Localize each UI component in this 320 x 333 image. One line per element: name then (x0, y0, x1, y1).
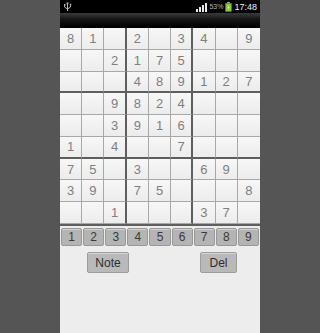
sudoku-cell-r9c7[interactable]: 3 (193, 202, 215, 224)
numpad-key-5[interactable]: 5 (149, 228, 170, 246)
numpad-key-7[interactable]: 7 (194, 228, 215, 246)
sudoku-cell-r2c4[interactable]: 1 (127, 50, 149, 72)
numpad: 123456789 (60, 226, 260, 248)
sudoku-cell-r4c8[interactable] (216, 93, 238, 115)
delete-button[interactable]: Del (200, 252, 237, 273)
sudoku-cell-r7c1[interactable]: 7 (60, 159, 82, 181)
sudoku-cell-r9c2[interactable] (82, 202, 104, 224)
sudoku-cell-r4c5[interactable]: 2 (149, 93, 171, 115)
sudoku-cell-r7c4[interactable]: 3 (127, 159, 149, 181)
sudoku-cell-r4c4[interactable]: 8 (127, 93, 149, 115)
sudoku-cell-r2c7[interactable] (193, 50, 215, 72)
sudoku-board: 8123492175489127982439161477536939758137 (60, 28, 260, 226)
sudoku-cell-r8c3[interactable] (104, 180, 126, 202)
sudoku-cell-r7c2[interactable]: 5 (82, 159, 104, 181)
numpad-key-8[interactable]: 8 (216, 228, 237, 246)
sudoku-cell-r1c3[interactable] (104, 28, 126, 50)
sudoku-cell-r3c3[interactable] (104, 72, 126, 94)
sudoku-cell-r9c4[interactable] (127, 202, 149, 224)
sudoku-cell-r2c1[interactable] (60, 50, 82, 72)
usb-icon (63, 0, 72, 16)
sudoku-cell-r8c5[interactable]: 5 (149, 180, 171, 202)
sudoku-cell-r4c2[interactable] (82, 93, 104, 115)
sudoku-cell-r9c1[interactable] (60, 202, 82, 224)
sudoku-cell-r4c3[interactable]: 9 (104, 93, 126, 115)
sudoku-cell-r2c9[interactable] (238, 50, 260, 72)
sudoku-cell-r2c8[interactable] (216, 50, 238, 72)
sudoku-cell-r3c4[interactable]: 4 (127, 72, 149, 94)
sudoku-cell-r5c6[interactable]: 6 (171, 115, 193, 137)
sudoku-cell-r6c7[interactable] (193, 137, 215, 159)
sudoku-cell-r1c6[interactable]: 3 (171, 28, 193, 50)
sudoku-cell-r4c1[interactable] (60, 93, 82, 115)
sudoku-cell-r6c8[interactable] (216, 137, 238, 159)
sudoku-cell-r6c6[interactable]: 7 (171, 137, 193, 159)
sudoku-cell-r9c8[interactable]: 7 (216, 202, 238, 224)
sudoku-cell-r7c3[interactable] (104, 159, 126, 181)
sudoku-cell-r3c8[interactable]: 2 (216, 72, 238, 94)
signal-strength-icon (196, 0, 207, 16)
sudoku-cell-r7c6[interactable] (171, 159, 193, 181)
sudoku-cell-r7c5[interactable] (149, 159, 171, 181)
battery-icon (225, 0, 232, 16)
sudoku-cell-r7c9[interactable] (238, 159, 260, 181)
sudoku-cell-r6c1[interactable]: 1 (60, 137, 82, 159)
status-bar: 53% 17:48 (60, 0, 260, 13)
sudoku-cell-r1c7[interactable]: 4 (193, 28, 215, 50)
sudoku-cell-r4c9[interactable] (238, 93, 260, 115)
sudoku-cell-r9c3[interactable]: 1 (104, 202, 126, 224)
sudoku-cell-r2c6[interactable]: 5 (171, 50, 193, 72)
sudoku-cell-r3c9[interactable]: 7 (238, 72, 260, 94)
sudoku-cell-r8c7[interactable] (193, 180, 215, 202)
sudoku-cell-r8c8[interactable] (216, 180, 238, 202)
sudoku-cell-r5c1[interactable] (60, 115, 82, 137)
sudoku-cell-r5c7[interactable] (193, 115, 215, 137)
battery-percent: 53% (209, 3, 223, 10)
sudoku-cell-r2c5[interactable]: 7 (149, 50, 171, 72)
sudoku-cell-r4c7[interactable] (193, 93, 215, 115)
sudoku-cell-r5c8[interactable] (216, 115, 238, 137)
sudoku-cell-r8c9[interactable]: 8 (238, 180, 260, 202)
sudoku-cell-r5c9[interactable] (238, 115, 260, 137)
sudoku-cell-r1c4[interactable]: 2 (127, 28, 149, 50)
sudoku-cell-r6c4[interactable] (127, 137, 149, 159)
sudoku-cell-r2c3[interactable]: 2 (104, 50, 126, 72)
phone-screen: 53% 17:48 812349217548912798243916147753… (60, 0, 260, 333)
sudoku-cell-r6c9[interactable] (238, 137, 260, 159)
numpad-key-6[interactable]: 6 (172, 228, 193, 246)
numpad-key-3[interactable]: 3 (105, 228, 126, 246)
sudoku-cell-r9c5[interactable] (149, 202, 171, 224)
sudoku-cell-r8c6[interactable] (171, 180, 193, 202)
numpad-key-4[interactable]: 4 (127, 228, 148, 246)
numpad-key-2[interactable]: 2 (83, 228, 104, 246)
sudoku-cell-r5c5[interactable]: 1 (149, 115, 171, 137)
sudoku-cell-r3c7[interactable]: 1 (193, 72, 215, 94)
sudoku-cell-r1c8[interactable] (216, 28, 238, 50)
clock-time: 17:48 (234, 2, 257, 12)
sudoku-cell-r6c2[interactable] (82, 137, 104, 159)
sudoku-cell-r1c2[interactable]: 1 (82, 28, 104, 50)
sudoku-cell-r1c9[interactable]: 9 (238, 28, 260, 50)
sudoku-cell-r3c6[interactable]: 9 (171, 72, 193, 94)
sudoku-cell-r9c6[interactable] (171, 202, 193, 224)
sudoku-cell-r9c9[interactable] (238, 202, 260, 224)
numpad-key-9[interactable]: 9 (238, 228, 259, 246)
sudoku-cell-r5c4[interactable]: 9 (127, 115, 149, 137)
numpad-key-1[interactable]: 1 (61, 228, 82, 246)
sudoku-cell-r3c1[interactable] (60, 72, 82, 94)
control-buttons-row: Note Del (60, 252, 260, 278)
sudoku-cell-r3c2[interactable] (82, 72, 104, 94)
sudoku-cell-r8c1[interactable]: 3 (60, 180, 82, 202)
note-button[interactable]: Note (87, 252, 129, 273)
sudoku-cell-r5c3[interactable]: 3 (104, 115, 126, 137)
sudoku-cell-r7c8[interactable]: 9 (216, 159, 238, 181)
sudoku-cell-r6c3[interactable]: 4 (104, 137, 126, 159)
sudoku-cell-r5c2[interactable] (82, 115, 104, 137)
sudoku-cell-r3c5[interactable]: 8 (149, 72, 171, 94)
sudoku-cell-r1c1[interactable]: 8 (60, 28, 82, 50)
sudoku-cell-r8c2[interactable]: 9 (82, 180, 104, 202)
sudoku-cell-r1c5[interactable] (149, 28, 171, 50)
sudoku-cell-r4c6[interactable]: 4 (171, 93, 193, 115)
sudoku-cell-r2c2[interactable] (82, 50, 104, 72)
sudoku-cell-r6c5[interactable] (149, 137, 171, 159)
sudoku-cell-r7c7[interactable]: 6 (193, 159, 215, 181)
sudoku-cell-r8c4[interactable]: 7 (127, 180, 149, 202)
